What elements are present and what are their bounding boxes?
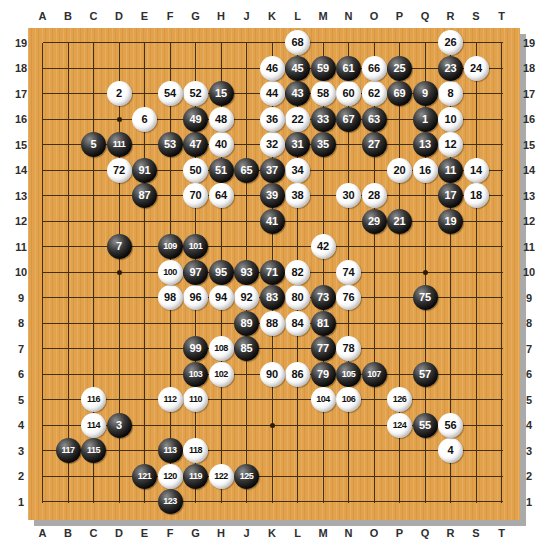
go-stone-Q16: 1 — [413, 107, 438, 132]
go-stone-C5: 116 — [81, 387, 106, 412]
go-stone-J10: 93 — [234, 260, 259, 285]
go-stone-L18: 45 — [285, 56, 310, 81]
row-label: 15 — [11, 138, 31, 152]
row-label: 4 — [519, 418, 539, 432]
row-label: 17 — [519, 87, 539, 101]
go-stone-D14: 72 — [107, 158, 132, 183]
go-stone-L15: 31 — [285, 132, 310, 157]
go-stone-G5: 110 — [183, 387, 208, 412]
go-stone-C15: 5 — [81, 132, 106, 157]
col-label: G — [186, 526, 206, 540]
col-label: L — [288, 9, 308, 23]
go-stone-K16: 36 — [260, 107, 285, 132]
col-label: N — [339, 526, 359, 540]
go-stone-K10: 71 — [260, 260, 285, 285]
go-stone-G10: 97 — [183, 260, 208, 285]
go-stone-O18: 66 — [362, 56, 387, 81]
grid-line — [43, 501, 503, 502]
go-stone-P5: 126 — [387, 387, 412, 412]
col-label: R — [441, 526, 461, 540]
row-label: 13 — [519, 189, 539, 203]
grid-line — [501, 43, 502, 503]
row-label: 1 — [519, 495, 539, 509]
row-label: 16 — [11, 112, 31, 126]
go-stone-L14: 34 — [285, 158, 310, 183]
go-stone-R13: 17 — [438, 183, 463, 208]
col-label: Q — [415, 9, 435, 23]
col-label: S — [466, 9, 486, 23]
col-label: E — [135, 9, 155, 23]
col-label: T — [492, 526, 512, 540]
go-stone-H14: 51 — [209, 158, 234, 183]
go-stone-B3: 117 — [56, 438, 81, 463]
go-stone-H7: 108 — [209, 336, 234, 361]
grid-line — [476, 43, 477, 503]
col-label: B — [58, 526, 78, 540]
go-stone-M16: 33 — [311, 107, 336, 132]
col-label: T — [492, 9, 512, 23]
go-stone-P14: 20 — [387, 158, 412, 183]
go-stone-G6: 103 — [183, 362, 208, 387]
row-label: 17 — [11, 87, 31, 101]
col-label: F — [160, 9, 180, 23]
go-stone-H15: 40 — [209, 132, 234, 157]
go-stone-K9: 83 — [260, 285, 285, 310]
go-stone-F11: 109 — [158, 234, 183, 259]
go-stone-R12: 19 — [438, 209, 463, 234]
go-stone-K8: 88 — [260, 311, 285, 336]
col-label: K — [262, 9, 282, 23]
go-board[interactable]: 1234567891011121314151617181920212223242… — [28, 28, 520, 520]
row-label: 14 — [11, 163, 31, 177]
go-stone-H9: 94 — [209, 285, 234, 310]
go-stone-N16: 67 — [336, 107, 361, 132]
go-stone-K6: 90 — [260, 362, 285, 387]
go-stone-H2: 122 — [209, 464, 234, 489]
go-stone-D11: 7 — [107, 234, 132, 259]
star-point — [117, 270, 122, 275]
go-stone-R17: 8 — [438, 81, 463, 106]
go-stone-R14: 11 — [438, 158, 463, 183]
go-stone-F1: 123 — [158, 489, 183, 514]
go-stone-F2: 120 — [158, 464, 183, 489]
go-stone-M11: 42 — [311, 234, 336, 259]
go-stone-P18: 25 — [387, 56, 412, 81]
go-stone-J7: 85 — [234, 336, 259, 361]
go-stone-O17: 62 — [362, 81, 387, 106]
go-diagram: 1234567891011121314151617181920212223242… — [0, 0, 550, 550]
star-point — [117, 117, 122, 122]
grid-line — [43, 476, 503, 477]
go-stone-L13: 38 — [285, 183, 310, 208]
row-label: 9 — [519, 291, 539, 305]
grid-line — [43, 450, 503, 451]
row-label: 8 — [519, 316, 539, 330]
row-label: 5 — [11, 393, 31, 407]
col-label: E — [135, 526, 155, 540]
go-stone-O6: 107 — [362, 362, 387, 387]
grid-line — [42, 43, 43, 503]
go-stone-L9: 80 — [285, 285, 310, 310]
go-stone-C4: 114 — [81, 413, 106, 438]
col-label: J — [237, 526, 257, 540]
go-stone-C3: 115 — [81, 438, 106, 463]
go-stone-K18: 46 — [260, 56, 285, 81]
go-stone-D15: 111 — [107, 132, 132, 157]
go-stone-N9: 76 — [336, 285, 361, 310]
grid-line — [68, 43, 69, 503]
col-label: Q — [415, 526, 435, 540]
grid-line — [43, 399, 503, 400]
col-label: L — [288, 526, 308, 540]
go-stone-O12: 29 — [362, 209, 387, 234]
go-stone-G3: 118 — [183, 438, 208, 463]
go-stone-E14: 91 — [132, 158, 157, 183]
row-label: 6 — [519, 367, 539, 381]
col-label: A — [33, 9, 53, 23]
row-label: 10 — [11, 265, 31, 279]
row-label: 9 — [11, 291, 31, 305]
col-label: M — [313, 526, 333, 540]
go-stone-J14: 65 — [234, 158, 259, 183]
row-label: 19 — [11, 36, 31, 50]
grid-line — [43, 42, 503, 43]
go-stone-M6: 79 — [311, 362, 336, 387]
row-label: 8 — [11, 316, 31, 330]
go-stone-S18: 24 — [464, 56, 489, 81]
go-stone-N17: 60 — [336, 81, 361, 106]
go-stone-R15: 12 — [438, 132, 463, 157]
go-stone-K17: 44 — [260, 81, 285, 106]
row-label: 7 — [11, 342, 31, 356]
row-label: 19 — [519, 36, 539, 50]
go-stone-G14: 50 — [183, 158, 208, 183]
go-stone-M18: 59 — [311, 56, 336, 81]
go-stone-Q17: 9 — [413, 81, 438, 106]
col-label: C — [84, 9, 104, 23]
row-label: 7 — [519, 342, 539, 356]
col-label: R — [441, 9, 461, 23]
go-stone-M7: 77 — [311, 336, 336, 361]
go-stone-N5: 106 — [336, 387, 361, 412]
row-label: 6 — [11, 367, 31, 381]
go-stone-J2: 125 — [234, 464, 259, 489]
go-stone-S14: 14 — [464, 158, 489, 183]
go-stone-S13: 18 — [464, 183, 489, 208]
go-stone-N18: 61 — [336, 56, 361, 81]
go-stone-K13: 39 — [260, 183, 285, 208]
col-label: D — [109, 526, 129, 540]
go-stone-G13: 70 — [183, 183, 208, 208]
go-stone-H10: 95 — [209, 260, 234, 285]
col-label: P — [390, 526, 410, 540]
col-label: H — [211, 9, 231, 23]
go-stone-R4: 56 — [438, 413, 463, 438]
row-label: 5 — [519, 393, 539, 407]
go-stone-R18: 23 — [438, 56, 463, 81]
go-stone-P17: 69 — [387, 81, 412, 106]
go-stone-H16: 48 — [209, 107, 234, 132]
row-label: 2 — [519, 469, 539, 483]
go-stone-G9: 96 — [183, 285, 208, 310]
go-stone-M15: 35 — [311, 132, 336, 157]
star-point — [423, 270, 428, 275]
go-stone-F5: 112 — [158, 387, 183, 412]
go-stone-Q14: 16 — [413, 158, 438, 183]
go-stone-F3: 113 — [158, 438, 183, 463]
col-label: G — [186, 9, 206, 23]
row-label: 11 — [11, 240, 31, 254]
go-stone-J8: 89 — [234, 311, 259, 336]
go-stone-F17: 54 — [158, 81, 183, 106]
go-stone-E2: 121 — [132, 464, 157, 489]
row-label: 4 — [11, 418, 31, 432]
go-stone-H6: 102 — [209, 362, 234, 387]
go-stone-L8: 84 — [285, 311, 310, 336]
go-stone-H13: 64 — [209, 183, 234, 208]
go-stone-O13: 28 — [362, 183, 387, 208]
go-stone-M8: 81 — [311, 311, 336, 336]
go-stone-H17: 15 — [209, 81, 234, 106]
row-label: 3 — [519, 444, 539, 458]
col-label: B — [58, 9, 78, 23]
go-stone-M9: 73 — [311, 285, 336, 310]
go-stone-G11: 101 — [183, 234, 208, 259]
go-stone-K12: 41 — [260, 209, 285, 234]
row-label: 15 — [519, 138, 539, 152]
go-stone-G15: 47 — [183, 132, 208, 157]
go-stone-R3: 4 — [438, 438, 463, 463]
go-stone-L10: 82 — [285, 260, 310, 285]
col-label: K — [262, 526, 282, 540]
col-label: O — [364, 526, 384, 540]
go-stone-F9: 98 — [158, 285, 183, 310]
go-stone-K14: 37 — [260, 158, 285, 183]
row-label: 12 — [11, 214, 31, 228]
go-stone-Q9: 75 — [413, 285, 438, 310]
go-stone-M5: 104 — [311, 387, 336, 412]
go-stone-G2: 119 — [183, 464, 208, 489]
row-label: 3 — [11, 444, 31, 458]
row-label: 14 — [519, 163, 539, 177]
col-label: D — [109, 9, 129, 23]
go-stone-Q4: 55 — [413, 413, 438, 438]
star-point — [270, 423, 275, 428]
row-label: 18 — [519, 61, 539, 75]
col-label: A — [33, 526, 53, 540]
row-label: 12 — [519, 214, 539, 228]
go-stone-O15: 27 — [362, 132, 387, 157]
go-stone-K15: 32 — [260, 132, 285, 157]
go-stone-G17: 52 — [183, 81, 208, 106]
go-stone-Q15: 13 — [413, 132, 438, 157]
go-stone-F15: 53 — [158, 132, 183, 157]
row-label: 13 — [11, 189, 31, 203]
go-stone-L17: 43 — [285, 81, 310, 106]
go-stone-J9: 92 — [234, 285, 259, 310]
row-label: 11 — [519, 240, 539, 254]
col-label: H — [211, 526, 231, 540]
row-label: 18 — [11, 61, 31, 75]
go-stone-M17: 58 — [311, 81, 336, 106]
col-label: S — [466, 526, 486, 540]
row-label: 16 — [519, 112, 539, 126]
col-label: P — [390, 9, 410, 23]
go-stone-L6: 86 — [285, 362, 310, 387]
go-stone-N6: 105 — [336, 362, 361, 387]
go-stone-G7: 99 — [183, 336, 208, 361]
go-stone-P4: 124 — [387, 413, 412, 438]
row-label: 2 — [11, 469, 31, 483]
go-stone-G16: 49 — [183, 107, 208, 132]
go-stone-L16: 22 — [285, 107, 310, 132]
go-stone-R16: 10 — [438, 107, 463, 132]
go-stone-D17: 2 — [107, 81, 132, 106]
go-stone-Q6: 57 — [413, 362, 438, 387]
go-stone-D4: 3 — [107, 413, 132, 438]
go-stone-N10: 74 — [336, 260, 361, 285]
go-stone-E13: 87 — [132, 183, 157, 208]
go-stone-E16: 6 — [132, 107, 157, 132]
col-label: O — [364, 9, 384, 23]
go-stone-O16: 63 — [362, 107, 387, 132]
col-label: F — [160, 526, 180, 540]
go-stone-N7: 78 — [336, 336, 361, 361]
grid-line — [43, 348, 503, 349]
col-label: C — [84, 526, 104, 540]
go-stone-N13: 30 — [336, 183, 361, 208]
col-label: N — [339, 9, 359, 23]
row-label: 10 — [519, 265, 539, 279]
go-stone-F10: 100 — [158, 260, 183, 285]
col-label: M — [313, 9, 333, 23]
col-label: J — [237, 9, 257, 23]
row-label: 1 — [11, 495, 31, 509]
go-stone-L19: 68 — [285, 30, 310, 55]
go-stone-P12: 21 — [387, 209, 412, 234]
go-stone-R19: 26 — [438, 30, 463, 55]
